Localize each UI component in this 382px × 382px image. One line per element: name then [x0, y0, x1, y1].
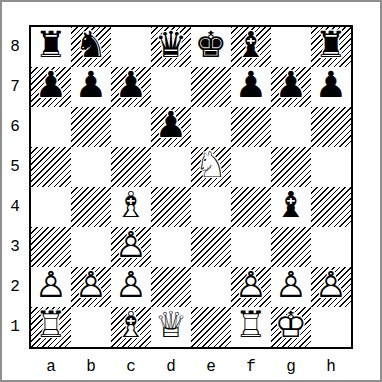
file-label-a: a — [31, 353, 71, 381]
square-h7[interactable]: ♟♟ — [311, 67, 351, 107]
square-a7[interactable]: ♟♟ — [31, 67, 71, 107]
square-f4[interactable] — [231, 187, 271, 227]
piece-white-pawn[interactable]: ♟♙ — [231, 267, 271, 307]
square-g5[interactable] — [271, 147, 311, 187]
square-b3[interactable] — [71, 227, 111, 267]
piece-white-bishop[interactable]: ♝♗ — [111, 187, 151, 227]
square-b8[interactable]: ♞♞ — [71, 27, 111, 67]
white-pawn-icon: ♙ — [235, 265, 267, 305]
piece-black-pawn[interactable]: ♟♟ — [151, 107, 191, 147]
piece-white-pawn[interactable]: ♟♙ — [271, 267, 311, 307]
piece-white-pawn[interactable]: ♟♙ — [311, 267, 351, 307]
square-b1[interactable] — [71, 307, 111, 347]
square-d4[interactable] — [151, 187, 191, 227]
square-h3[interactable] — [311, 227, 351, 267]
file-labels: abcdefgh — [31, 353, 351, 381]
piece-black-queen[interactable]: ♛♛ — [151, 27, 191, 67]
square-f8[interactable]: ♝♝ — [231, 27, 271, 67]
piece-white-pawn[interactable]: ♟♙ — [111, 227, 151, 267]
square-d2[interactable] — [151, 267, 191, 307]
rank-label-5: 5 — [2, 147, 28, 187]
square-f2[interactable]: ♟♙ — [231, 267, 271, 307]
square-h4[interactable] — [311, 187, 351, 227]
file-label-e: e — [191, 353, 231, 381]
rank-label-8: 8 — [2, 27, 28, 67]
square-h2[interactable]: ♟♙ — [311, 267, 351, 307]
white-pawn-icon: ♙ — [115, 225, 147, 265]
square-b7[interactable]: ♟♟ — [71, 67, 111, 107]
piece-black-pawn[interactable]: ♟♟ — [311, 67, 351, 107]
square-d5[interactable] — [151, 147, 191, 187]
black-king-icon: ♚ — [195, 25, 227, 65]
white-king-icon: ♔ — [275, 305, 307, 345]
file-label-d: d — [151, 353, 191, 381]
piece-black-bishop[interactable]: ♝♝ — [231, 27, 271, 67]
square-d1[interactable]: ♛♕ — [151, 307, 191, 347]
square-a3[interactable] — [31, 227, 71, 267]
black-pawn-icon: ♟ — [75, 65, 107, 105]
square-b2[interactable]: ♟♙ — [71, 267, 111, 307]
black-knight-icon: ♞ — [75, 25, 107, 65]
chess-board: ♜♜♞♞♛♛♚♚♝♝♜♜♟♟♟♟♟♟♟♟♟♟♟♟♟♟♞♘♝♗♝♝♟♙♟♙♟♙♟♙… — [29, 25, 353, 349]
piece-white-rook[interactable]: ♜♖ — [231, 307, 271, 347]
piece-black-pawn[interactable]: ♟♟ — [231, 67, 271, 107]
square-e5[interactable]: ♞♘ — [191, 147, 231, 187]
black-pawn-icon: ♟ — [235, 65, 267, 105]
white-pawn-icon: ♙ — [315, 265, 347, 305]
square-e2[interactable] — [191, 267, 231, 307]
square-e3[interactable] — [191, 227, 231, 267]
square-d3[interactable] — [151, 227, 191, 267]
square-h8[interactable]: ♜♜ — [311, 27, 351, 67]
square-f3[interactable] — [231, 227, 271, 267]
square-h6[interactable] — [311, 107, 351, 147]
piece-white-pawn[interactable]: ♟♙ — [71, 267, 111, 307]
square-f5[interactable] — [231, 147, 271, 187]
square-c6[interactable] — [111, 107, 151, 147]
square-c2[interactable]: ♟♙ — [111, 267, 151, 307]
square-g8[interactable] — [271, 27, 311, 67]
square-d7[interactable] — [151, 67, 191, 107]
square-b5[interactable] — [71, 147, 111, 187]
file-label-f: f — [231, 353, 271, 381]
piece-black-pawn[interactable]: ♟♟ — [71, 67, 111, 107]
black-rook-icon: ♜ — [35, 25, 67, 65]
rank-label-1: 1 — [2, 307, 28, 347]
white-bishop-icon: ♗ — [115, 305, 147, 345]
piece-black-rook[interactable]: ♜♜ — [31, 27, 71, 67]
white-rook-icon: ♖ — [235, 305, 267, 345]
black-pawn-icon: ♟ — [315, 65, 347, 105]
piece-black-pawn[interactable]: ♟♟ — [271, 67, 311, 107]
square-f7[interactable]: ♟♟ — [231, 67, 271, 107]
piece-white-knight[interactable]: ♞♘ — [191, 147, 231, 187]
square-a6[interactable] — [31, 107, 71, 147]
piece-white-queen[interactable]: ♛♕ — [151, 307, 191, 347]
square-h1[interactable] — [311, 307, 351, 347]
square-a8[interactable]: ♜♜ — [31, 27, 71, 67]
square-d6[interactable]: ♟♟ — [151, 107, 191, 147]
square-d8[interactable]: ♛♛ — [151, 27, 191, 67]
black-pawn-icon: ♟ — [115, 65, 147, 105]
square-c8[interactable] — [111, 27, 151, 67]
square-b6[interactable] — [71, 107, 111, 147]
white-pawn-icon: ♙ — [35, 265, 67, 305]
square-e1[interactable] — [191, 307, 231, 347]
piece-black-bishop[interactable]: ♝♝ — [271, 187, 311, 227]
white-rook-icon: ♖ — [35, 305, 67, 345]
rank-label-2: 2 — [2, 267, 28, 307]
piece-black-pawn[interactable]: ♟♟ — [31, 67, 71, 107]
square-g6[interactable] — [271, 107, 311, 147]
square-e6[interactable] — [191, 107, 231, 147]
black-pawn-icon: ♟ — [155, 105, 187, 145]
square-c7[interactable]: ♟♟ — [111, 67, 151, 107]
file-label-h: h — [311, 353, 351, 381]
white-knight-icon: ♘ — [195, 145, 227, 185]
square-g3[interactable] — [271, 227, 311, 267]
square-a4[interactable] — [31, 187, 71, 227]
square-g1[interactable]: ♚♔ — [271, 307, 311, 347]
black-pawn-icon: ♟ — [275, 65, 307, 105]
black-pawn-icon: ♟ — [35, 65, 67, 105]
square-h5[interactable] — [311, 147, 351, 187]
white-queen-icon: ♕ — [155, 305, 187, 345]
black-queen-icon: ♛ — [155, 25, 187, 65]
piece-white-pawn[interactable]: ♟♙ — [111, 267, 151, 307]
square-a1[interactable]: ♜♖ — [31, 307, 71, 347]
piece-black-king[interactable]: ♚♚ — [191, 27, 231, 67]
file-label-c: c — [111, 353, 151, 381]
piece-white-bishop[interactable]: ♝♗ — [111, 307, 151, 347]
white-bishop-icon: ♗ — [115, 185, 147, 225]
square-c5[interactable] — [111, 147, 151, 187]
square-e7[interactable] — [191, 67, 231, 107]
chess-diagram: 87654321 ♜♜♞♞♛♛♚♚♝♝♜♜♟♟♟♟♟♟♟♟♟♟♟♟♟♟♞♘♝♗♝… — [0, 0, 382, 382]
square-c4[interactable]: ♝♗ — [111, 187, 151, 227]
black-bishop-icon: ♝ — [235, 25, 267, 65]
square-a2[interactable]: ♟♙ — [31, 267, 71, 307]
square-f6[interactable] — [231, 107, 271, 147]
square-g4[interactable]: ♝♝ — [271, 187, 311, 227]
piece-black-rook[interactable]: ♜♜ — [311, 27, 351, 67]
piece-black-knight[interactable]: ♞♞ — [71, 27, 111, 67]
square-e8[interactable]: ♚♚ — [191, 27, 231, 67]
rank-label-4: 4 — [2, 187, 28, 227]
rank-labels: 87654321 — [2, 27, 28, 347]
white-pawn-icon: ♙ — [275, 265, 307, 305]
file-label-b: b — [71, 353, 111, 381]
white-pawn-icon: ♙ — [115, 265, 147, 305]
white-pawn-icon: ♙ — [75, 265, 107, 305]
square-g7[interactable]: ♟♟ — [271, 67, 311, 107]
square-e4[interactable] — [191, 187, 231, 227]
black-bishop-icon: ♝ — [275, 185, 307, 225]
file-label-g: g — [271, 353, 311, 381]
square-a5[interactable] — [31, 147, 71, 187]
black-rook-icon: ♜ — [315, 25, 347, 65]
rank-label-7: 7 — [2, 67, 28, 107]
piece-white-pawn[interactable]: ♟♙ — [31, 267, 71, 307]
rank-label-3: 3 — [2, 227, 28, 267]
square-g2[interactable]: ♟♙ — [271, 267, 311, 307]
piece-white-rook[interactable]: ♜♖ — [31, 307, 71, 347]
square-c3[interactable]: ♟♙ — [111, 227, 151, 267]
piece-white-king[interactable]: ♚♔ — [271, 307, 311, 347]
rank-label-6: 6 — [2, 107, 28, 147]
square-f1[interactable]: ♜♖ — [231, 307, 271, 347]
square-c1[interactable]: ♝♗ — [111, 307, 151, 347]
piece-black-pawn[interactable]: ♟♟ — [111, 67, 151, 107]
square-b4[interactable] — [71, 187, 111, 227]
